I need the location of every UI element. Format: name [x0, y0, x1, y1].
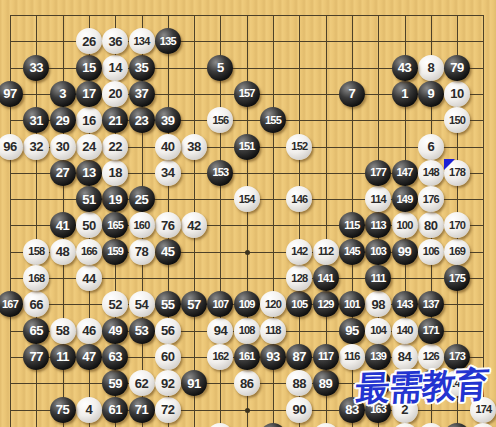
stone-157: 157: [234, 81, 260, 107]
stone-147: 147: [392, 160, 418, 186]
move-number: 98: [371, 298, 384, 311]
stone-38: 38: [181, 134, 207, 160]
move-number: 27: [56, 166, 69, 179]
move-number: 151: [239, 141, 255, 152]
stone-111: 111: [365, 265, 391, 291]
stone-148: 148: [418, 160, 444, 186]
stone-91: 91: [181, 370, 207, 396]
stone-97: 97: [0, 81, 23, 107]
stone-23: 23: [129, 107, 155, 133]
move-number: 116: [344, 351, 359, 362]
stone-153: 153: [207, 160, 233, 186]
stone-90: 90: [286, 397, 312, 423]
move-number: 128: [291, 273, 307, 284]
move-number: 168: [28, 273, 44, 284]
move-number: 157: [239, 88, 255, 99]
move-number: 93: [266, 350, 279, 363]
stone-59: 59: [102, 370, 128, 396]
move-number: 176: [423, 194, 439, 205]
stone-37: 37: [129, 81, 155, 107]
stone-135: 135: [155, 28, 181, 54]
move-number: 114: [371, 194, 386, 205]
move-number: 44: [82, 272, 95, 285]
stone-7: 7: [339, 81, 365, 107]
stone-141: 141: [313, 265, 339, 291]
move-number: 40: [161, 140, 174, 153]
move-number: 19: [108, 193, 121, 206]
stone-87: 87: [286, 344, 312, 370]
stone-8: 8: [418, 55, 444, 81]
stone-45: 45: [155, 239, 181, 265]
move-number: 166: [81, 246, 97, 257]
stone-48: 48: [50, 239, 76, 265]
move-number: 111: [371, 273, 386, 284]
move-number: 149: [397, 194, 413, 205]
move-number: 21: [108, 114, 121, 127]
move-number: 103: [370, 246, 386, 257]
move-number: 108: [239, 325, 255, 336]
move-number: 32: [30, 140, 43, 153]
move-number: 115: [344, 220, 359, 231]
move-number: 78: [135, 245, 148, 258]
stone-86: 86: [234, 370, 260, 396]
move-number: 55: [161, 298, 174, 311]
move-number: 48: [56, 245, 69, 258]
stone-100: 100: [392, 212, 418, 238]
star-point: [245, 250, 250, 255]
stone-158: 158: [23, 239, 49, 265]
move-number: 154: [239, 194, 255, 205]
stone-117: 117: [313, 344, 339, 370]
move-number: 86: [240, 377, 253, 390]
stone-27: 27: [50, 160, 76, 186]
move-number: 148: [423, 167, 439, 178]
stone-44: 44: [76, 265, 102, 291]
stone-149: 149: [392, 186, 418, 212]
stone-96: 96: [0, 134, 23, 160]
stone-166: 166: [76, 239, 102, 265]
stone-47: 47: [76, 344, 102, 370]
stone-21: 21: [102, 107, 128, 133]
stone-26: 26: [76, 28, 102, 54]
move-number: 57: [187, 298, 200, 311]
stone-5: 5: [207, 55, 233, 81]
move-number: 43: [398, 61, 411, 74]
stone-14: 14: [102, 55, 128, 81]
move-number: 17: [82, 87, 95, 100]
move-number: 51: [82, 193, 95, 206]
move-number: 126: [423, 351, 439, 362]
move-number: 14: [108, 61, 121, 74]
move-number: 94: [214, 324, 227, 337]
move-number: 99: [398, 245, 411, 258]
stone-34: 34: [155, 160, 181, 186]
stone-52: 52: [102, 291, 128, 317]
stone-63: 63: [102, 344, 128, 370]
move-number: 39: [161, 114, 174, 127]
stone-146: 146: [286, 186, 312, 212]
move-number: 38: [187, 140, 200, 153]
move-number: 160: [134, 220, 150, 231]
stone-155: 155: [260, 107, 286, 133]
stone-114: 114: [365, 186, 391, 212]
move-number: 77: [30, 350, 43, 363]
stone-24: 24: [76, 134, 102, 160]
star-point: [245, 408, 250, 413]
move-number: 140: [397, 325, 413, 336]
move-number: 8: [427, 61, 434, 74]
move-number: 137: [423, 299, 439, 310]
stone-17: 17: [76, 81, 102, 107]
move-number: 6: [427, 140, 434, 153]
stone-99: 99: [392, 239, 418, 265]
move-number: 141: [318, 273, 334, 284]
move-number: 16: [82, 114, 95, 127]
stone-88: 88: [286, 370, 312, 396]
move-number: 145: [344, 246, 360, 257]
stone-49: 49: [102, 318, 128, 344]
stone-65: 65: [23, 318, 49, 344]
move-number: 24: [82, 140, 95, 153]
partial-stone: [470, 423, 496, 427]
move-number: 37: [135, 87, 148, 100]
stone-18: 18: [102, 160, 128, 186]
move-number: 135: [160, 36, 176, 47]
stone-106: 106: [418, 239, 444, 265]
move-number: 31: [30, 114, 43, 127]
move-number: 107: [212, 299, 228, 310]
stone-55: 55: [155, 291, 181, 317]
stone-145: 145: [339, 239, 365, 265]
move-number: 41: [56, 219, 69, 232]
move-number: 153: [212, 167, 228, 178]
stone-108: 108: [234, 318, 260, 344]
move-number: 169: [449, 246, 465, 257]
stone-176: 176: [418, 186, 444, 212]
stone-10: 10: [444, 81, 470, 107]
partial-stone: [418, 423, 444, 427]
move-number: 10: [450, 87, 463, 100]
move-number: 96: [3, 140, 16, 153]
stone-9: 9: [418, 81, 444, 107]
stone-6: 6: [418, 134, 444, 160]
move-number: 101: [344, 299, 360, 310]
stone-62: 62: [129, 370, 155, 396]
stone-75: 75: [50, 397, 76, 423]
stone-43: 43: [392, 55, 418, 81]
move-number: 54: [135, 298, 148, 311]
move-number: 170: [449, 220, 465, 231]
move-number: 156: [212, 115, 228, 126]
move-number: 173: [449, 351, 465, 362]
stone-89: 89: [313, 370, 339, 396]
stone-50: 50: [76, 212, 102, 238]
stone-113: 113: [365, 212, 391, 238]
move-number: 71: [135, 403, 148, 416]
stone-134: 134: [129, 28, 155, 54]
move-number: 146: [291, 194, 307, 205]
stone-150: 150: [444, 107, 470, 133]
stone-98: 98: [365, 291, 391, 317]
move-number: 65: [30, 324, 43, 337]
move-number: 158: [28, 246, 44, 257]
move-number: 142: [291, 246, 307, 257]
move-number: 59: [108, 377, 121, 390]
stone-42: 42: [181, 212, 207, 238]
move-number: 18: [108, 166, 121, 179]
stone-115: 115: [339, 212, 365, 238]
move-number: 91: [187, 377, 200, 390]
move-number: 5: [217, 61, 224, 74]
move-number: 30: [56, 140, 69, 153]
move-number: 129: [318, 299, 334, 310]
move-number: 36: [108, 35, 121, 48]
partial-stone: [207, 423, 233, 427]
move-number: 177: [370, 167, 386, 178]
move-number: 1: [401, 87, 408, 100]
stone-120: 120: [260, 291, 286, 317]
stone-20: 20: [102, 81, 128, 107]
stone-165: 165: [102, 212, 128, 238]
stone-140: 140: [392, 318, 418, 344]
move-number: 26: [82, 35, 95, 48]
move-number: 150: [449, 115, 465, 126]
stone-16: 16: [76, 107, 102, 133]
move-number: 147: [397, 167, 413, 178]
move-number: 34: [161, 166, 174, 179]
move-number: 46: [82, 324, 95, 337]
move-number: 45: [161, 245, 174, 258]
move-number: 63: [108, 350, 121, 363]
move-number: 134: [134, 36, 150, 47]
stone-169: 169: [444, 239, 470, 265]
move-number: 175: [449, 273, 465, 284]
move-number: 22: [108, 140, 121, 153]
stone-112: 112: [313, 239, 339, 265]
move-number: 109: [239, 299, 255, 310]
go-board[interactable]: 1234567891011131415161718192021222324252…: [0, 0, 496, 427]
move-number: 118: [265, 325, 280, 336]
stone-41: 41: [50, 212, 76, 238]
stone-54: 54: [129, 291, 155, 317]
stone-71: 71: [129, 397, 155, 423]
move-number: 60: [161, 350, 174, 363]
stone-103: 103: [365, 239, 391, 265]
stone-46: 46: [76, 318, 102, 344]
stone-167: 167: [0, 291, 23, 317]
move-number: 88: [293, 377, 306, 390]
last-move-triangle-marker: [444, 159, 455, 170]
stone-15: 15: [76, 55, 102, 81]
move-number: 120: [265, 299, 281, 310]
stone-31: 31: [23, 107, 49, 133]
stone-93: 93: [260, 344, 286, 370]
move-number: 155: [265, 115, 281, 126]
stone-25: 25: [129, 186, 155, 212]
move-number: 104: [370, 325, 386, 336]
stone-60: 60: [155, 344, 181, 370]
move-number: 29: [56, 114, 69, 127]
stone-57: 57: [181, 291, 207, 317]
stone-152: 152: [286, 134, 312, 160]
move-number: 4: [86, 403, 93, 416]
move-number: 72: [161, 403, 174, 416]
move-number: 47: [82, 350, 95, 363]
move-number: 66: [30, 298, 43, 311]
stone-128: 128: [286, 265, 312, 291]
move-number: 112: [318, 246, 333, 257]
stone-159: 159: [102, 239, 128, 265]
move-number: 61: [108, 403, 121, 416]
move-number: 89: [319, 377, 332, 390]
stone-137: 137: [418, 291, 444, 317]
move-number: 49: [108, 324, 121, 337]
stone-105: 105: [286, 291, 312, 317]
stone-107: 107: [207, 291, 233, 317]
stone-61: 61: [102, 397, 128, 423]
move-number: 95: [345, 324, 358, 337]
stone-29: 29: [50, 107, 76, 133]
stone-142: 142: [286, 239, 312, 265]
stone-72: 72: [155, 397, 181, 423]
stone-160: 160: [129, 212, 155, 238]
partial-stone: [444, 423, 470, 427]
move-number: 152: [291, 141, 307, 152]
stone-32: 32: [23, 134, 49, 160]
move-number: 171: [423, 325, 439, 336]
move-number: 139: [370, 351, 386, 362]
stone-39: 39: [155, 107, 181, 133]
partial-stone: [260, 423, 286, 427]
stone-177: 177: [365, 160, 391, 186]
stone-129: 129: [313, 291, 339, 317]
stone-175: 175: [444, 265, 470, 291]
stone-58: 58: [50, 318, 76, 344]
move-number: 15: [82, 61, 95, 74]
move-number: 161: [239, 351, 255, 362]
grid-vline: [10, 15, 11, 427]
stone-19: 19: [102, 186, 128, 212]
stone-170: 170: [444, 212, 470, 238]
stone-76: 76: [155, 212, 181, 238]
stone-156: 156: [207, 107, 233, 133]
move-number: 76: [161, 219, 174, 232]
stone-4: 4: [76, 397, 102, 423]
move-number: 52: [108, 298, 121, 311]
watermark-text: 最需教育: [354, 362, 490, 413]
grid-hline: [10, 15, 484, 16]
move-number: 53: [135, 324, 148, 337]
stone-92: 92: [155, 370, 181, 396]
move-number: 75: [56, 403, 69, 416]
move-number: 84: [398, 350, 411, 363]
stone-13: 13: [76, 160, 102, 186]
stone-66: 66: [23, 291, 49, 317]
partial-stone: [313, 423, 339, 427]
move-number: 97: [3, 87, 16, 100]
move-number: 11: [56, 350, 69, 363]
stone-171: 171: [418, 318, 444, 344]
stone-143: 143: [392, 291, 418, 317]
stone-118: 118: [260, 318, 286, 344]
move-number: 50: [82, 219, 95, 232]
move-number: 87: [293, 350, 306, 363]
move-number: 100: [397, 220, 413, 231]
stone-104: 104: [365, 318, 391, 344]
move-number: 165: [107, 220, 123, 231]
move-number: 167: [2, 299, 18, 310]
move-number: 117: [318, 351, 333, 362]
move-number: 162: [212, 351, 228, 362]
stone-11: 11: [50, 344, 76, 370]
stone-101: 101: [339, 291, 365, 317]
move-number: 113: [371, 220, 386, 231]
stone-22: 22: [102, 134, 128, 160]
move-number: 33: [30, 61, 43, 74]
move-number: 20: [108, 87, 121, 100]
stone-35: 35: [129, 55, 155, 81]
stone-80: 80: [418, 212, 444, 238]
move-number: 62: [135, 377, 148, 390]
move-number: 58: [56, 324, 69, 337]
stone-40: 40: [155, 134, 181, 160]
move-number: 106: [423, 246, 439, 257]
move-number: 25: [135, 193, 148, 206]
move-number: 143: [397, 299, 413, 310]
stone-95: 95: [339, 318, 365, 344]
move-number: 23: [135, 114, 148, 127]
partial-stone: [392, 423, 418, 427]
move-number: 35: [135, 61, 148, 74]
stone-1: 1: [392, 81, 418, 107]
stone-77: 77: [23, 344, 49, 370]
stone-56: 56: [155, 318, 181, 344]
move-number: 9: [427, 87, 434, 100]
move-number: 105: [291, 299, 307, 310]
move-number: 7: [349, 87, 356, 100]
move-number: 3: [59, 87, 66, 100]
stone-109: 109: [234, 291, 260, 317]
stone-33: 33: [23, 55, 49, 81]
stone-3: 3: [50, 81, 76, 107]
move-number: 92: [161, 377, 174, 390]
stone-154: 154: [234, 186, 260, 212]
move-number: 13: [82, 166, 95, 179]
stone-53: 53: [129, 318, 155, 344]
stone-151: 151: [234, 134, 260, 160]
stone-36: 36: [102, 28, 128, 54]
move-number: 80: [424, 219, 437, 232]
move-number: 90: [293, 403, 306, 416]
move-number: 56: [161, 324, 174, 337]
move-number: 159: [107, 246, 123, 257]
stone-162: 162: [207, 344, 233, 370]
stone-79: 79: [444, 55, 470, 81]
stone-51: 51: [76, 186, 102, 212]
stone-78: 78: [129, 239, 155, 265]
stone-30: 30: [50, 134, 76, 160]
move-number: 42: [187, 219, 200, 232]
stone-168: 168: [23, 265, 49, 291]
stone-161: 161: [234, 344, 260, 370]
stone-94: 94: [207, 318, 233, 344]
move-number: 79: [450, 61, 463, 74]
